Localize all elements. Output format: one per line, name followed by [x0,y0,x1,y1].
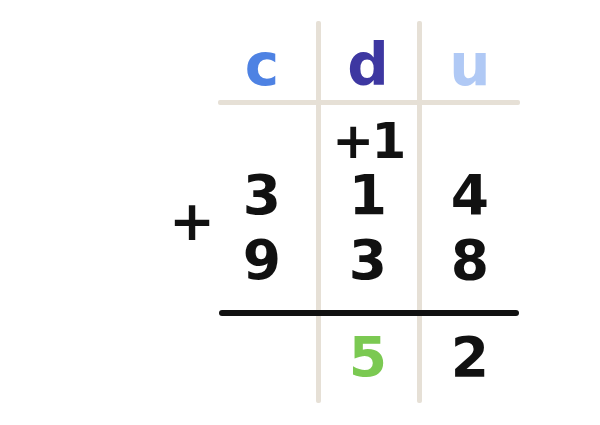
addend1-units: 4 [420,168,520,223]
addend1-hundreds: 3 [212,168,312,223]
carry-tens: +1 [318,116,418,166]
addend1-tens: 1 [318,168,418,223]
addition-worksheet: c d u +1 + 3 1 4 9 3 8 5 2 [0,0,600,425]
header-tens: d [318,36,418,94]
header-underline [218,100,520,105]
result-units: 2 [420,330,520,385]
header-hundreds: c [212,36,312,94]
addend2-tens: 3 [318,233,418,288]
addend2-units: 8 [420,233,520,288]
sum-line [219,310,519,316]
header-units: u [420,36,520,94]
result-tens: 5 [318,330,418,385]
addend2-hundreds: 9 [212,233,312,288]
